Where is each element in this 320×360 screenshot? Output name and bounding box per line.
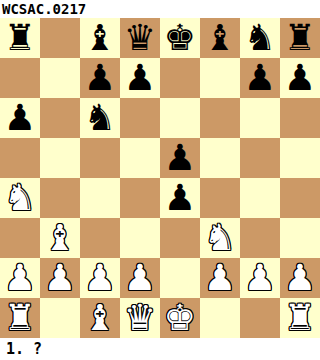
square-g1[interactable] — [240, 298, 280, 338]
square-h8[interactable]: ♜ — [280, 18, 320, 58]
piece-black-pawn[interactable]: ♟ — [244, 58, 276, 98]
piece-black-bishop[interactable]: ♝ — [84, 18, 116, 58]
square-c6[interactable]: ♞ — [80, 98, 120, 138]
piece-white-pawn[interactable]: ♟ — [84, 258, 116, 298]
square-e5[interactable]: ♟ — [160, 138, 200, 178]
square-a7[interactable] — [0, 58, 40, 98]
chess-app-window: WCSAC.0217 ♜♝♛♚♝♞♜♟♟♟♟♟♞♟♞♟♝♞♟♟♟♟♟♟♟♜♝♛♚… — [0, 0, 320, 360]
square-h5[interactable] — [280, 138, 320, 178]
square-d7[interactable]: ♟ — [120, 58, 160, 98]
square-h6[interactable] — [280, 98, 320, 138]
piece-white-rook[interactable]: ♜ — [284, 298, 316, 338]
square-f8[interactable]: ♝ — [200, 18, 240, 58]
piece-black-pawn[interactable]: ♟ — [164, 138, 196, 178]
piece-white-queen[interactable]: ♛ — [124, 298, 156, 338]
piece-white-bishop[interactable]: ♝ — [44, 218, 76, 258]
square-b6[interactable] — [40, 98, 80, 138]
square-e4[interactable]: ♟ — [160, 178, 200, 218]
piece-white-knight[interactable]: ♞ — [204, 218, 236, 258]
square-f2[interactable]: ♟ — [200, 258, 240, 298]
piece-black-queen[interactable]: ♛ — [124, 18, 156, 58]
square-f6[interactable] — [200, 98, 240, 138]
square-d8[interactable]: ♛ — [120, 18, 160, 58]
square-f3[interactable]: ♞ — [200, 218, 240, 258]
square-d6[interactable] — [120, 98, 160, 138]
square-e1[interactable]: ♚ — [160, 298, 200, 338]
piece-white-pawn[interactable]: ♟ — [44, 258, 76, 298]
square-a1[interactable]: ♜ — [0, 298, 40, 338]
square-g5[interactable] — [240, 138, 280, 178]
square-c3[interactable] — [80, 218, 120, 258]
chess-board: ♜♝♛♚♝♞♜♟♟♟♟♟♞♟♞♟♝♞♟♟♟♟♟♟♟♜♝♛♚♜ — [0, 18, 320, 338]
piece-black-king[interactable]: ♚ — [164, 18, 196, 58]
square-a2[interactable]: ♟ — [0, 258, 40, 298]
piece-black-bishop[interactable]: ♝ — [204, 18, 236, 58]
square-e7[interactable] — [160, 58, 200, 98]
square-e2[interactable] — [160, 258, 200, 298]
piece-black-pawn[interactable]: ♟ — [84, 58, 116, 98]
square-d1[interactable]: ♛ — [120, 298, 160, 338]
square-d4[interactable] — [120, 178, 160, 218]
square-d3[interactable] — [120, 218, 160, 258]
square-b1[interactable] — [40, 298, 80, 338]
square-a5[interactable] — [0, 138, 40, 178]
square-f4[interactable] — [200, 178, 240, 218]
piece-black-knight[interactable]: ♞ — [244, 18, 276, 58]
square-h3[interactable] — [280, 218, 320, 258]
piece-black-rook[interactable]: ♜ — [4, 18, 36, 58]
square-b4[interactable] — [40, 178, 80, 218]
square-g6[interactable] — [240, 98, 280, 138]
piece-white-bishop[interactable]: ♝ — [84, 298, 116, 338]
piece-black-pawn[interactable]: ♟ — [284, 58, 316, 98]
move-prompt: 1. ? — [0, 338, 320, 360]
square-f1[interactable] — [200, 298, 240, 338]
square-g2[interactable]: ♟ — [240, 258, 280, 298]
square-b5[interactable] — [40, 138, 80, 178]
piece-black-pawn[interactable]: ♟ — [4, 98, 36, 138]
square-c7[interactable]: ♟ — [80, 58, 120, 98]
square-h1[interactable]: ♜ — [280, 298, 320, 338]
square-d5[interactable] — [120, 138, 160, 178]
square-f7[interactable] — [200, 58, 240, 98]
square-a6[interactable]: ♟ — [0, 98, 40, 138]
square-g4[interactable] — [240, 178, 280, 218]
piece-white-king[interactable]: ♚ — [164, 298, 196, 338]
square-g3[interactable] — [240, 218, 280, 258]
square-c4[interactable] — [80, 178, 120, 218]
piece-white-pawn[interactable]: ♟ — [284, 258, 316, 298]
piece-white-rook[interactable]: ♜ — [4, 298, 36, 338]
square-d2[interactable]: ♟ — [120, 258, 160, 298]
square-e3[interactable] — [160, 218, 200, 258]
square-e6[interactable] — [160, 98, 200, 138]
square-h4[interactable] — [280, 178, 320, 218]
square-c5[interactable] — [80, 138, 120, 178]
piece-white-pawn[interactable]: ♟ — [4, 258, 36, 298]
square-g7[interactable]: ♟ — [240, 58, 280, 98]
piece-white-pawn[interactable]: ♟ — [244, 258, 276, 298]
square-b7[interactable] — [40, 58, 80, 98]
piece-black-pawn[interactable]: ♟ — [124, 58, 156, 98]
square-c1[interactable]: ♝ — [80, 298, 120, 338]
square-f5[interactable] — [200, 138, 240, 178]
square-c2[interactable]: ♟ — [80, 258, 120, 298]
square-a3[interactable] — [0, 218, 40, 258]
square-g8[interactable]: ♞ — [240, 18, 280, 58]
square-a4[interactable]: ♞ — [0, 178, 40, 218]
piece-black-knight[interactable]: ♞ — [84, 98, 116, 138]
square-h2[interactable]: ♟ — [280, 258, 320, 298]
square-a8[interactable]: ♜ — [0, 18, 40, 58]
piece-white-knight[interactable]: ♞ — [4, 178, 36, 218]
piece-white-pawn[interactable]: ♟ — [204, 258, 236, 298]
square-b3[interactable]: ♝ — [40, 218, 80, 258]
puzzle-title: WCSAC.0217 — [0, 0, 320, 18]
square-b2[interactable]: ♟ — [40, 258, 80, 298]
square-b8[interactable] — [40, 18, 80, 58]
square-h7[interactable]: ♟ — [280, 58, 320, 98]
piece-white-pawn[interactable]: ♟ — [124, 258, 156, 298]
piece-black-rook[interactable]: ♜ — [284, 18, 316, 58]
piece-black-pawn[interactable]: ♟ — [164, 178, 196, 218]
square-c8[interactable]: ♝ — [80, 18, 120, 58]
square-e8[interactable]: ♚ — [160, 18, 200, 58]
